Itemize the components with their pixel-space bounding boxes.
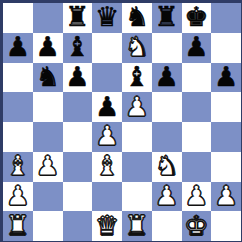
square-e2[interactable] bbox=[122, 182, 152, 212]
square-b3[interactable]: ♟ bbox=[33, 152, 63, 182]
white-pawn-d4: ♟ bbox=[95, 122, 119, 150]
square-a4[interactable] bbox=[3, 122, 33, 152]
square-f4[interactable] bbox=[152, 122, 182, 152]
white-pawn-b3: ♟ bbox=[36, 152, 60, 180]
square-a3[interactable]: ♝ bbox=[3, 152, 33, 182]
square-d4[interactable]: ♟ bbox=[92, 122, 122, 152]
square-h2[interactable]: ♟ bbox=[211, 182, 241, 212]
white-pawn-e5: ♟ bbox=[125, 92, 149, 120]
square-g4[interactable] bbox=[182, 122, 212, 152]
square-d5[interactable]: ♟ bbox=[92, 92, 122, 122]
square-a8[interactable] bbox=[3, 3, 33, 33]
square-a5[interactable] bbox=[3, 92, 33, 122]
black-pawn-c6: ♟ bbox=[65, 63, 89, 91]
square-h4[interactable] bbox=[211, 122, 241, 152]
square-h8[interactable] bbox=[211, 3, 241, 33]
square-a6[interactable] bbox=[3, 63, 33, 93]
square-h7[interactable] bbox=[211, 33, 241, 63]
white-king-g1: ♚ bbox=[184, 211, 208, 239]
square-c2[interactable] bbox=[63, 182, 93, 212]
square-h5[interactable] bbox=[211, 92, 241, 122]
square-f3[interactable]: ♞ bbox=[152, 152, 182, 182]
square-g2[interactable]: ♟ bbox=[182, 182, 212, 212]
white-rook-a1: ♜ bbox=[6, 211, 30, 239]
white-pawn-g2: ♟ bbox=[184, 182, 208, 210]
square-h6[interactable]: ♟ bbox=[211, 63, 241, 93]
black-knight-b6: ♞ bbox=[36, 63, 60, 91]
square-c8[interactable]: ♜ bbox=[63, 3, 93, 33]
white-bishop-a3: ♝ bbox=[6, 152, 30, 180]
white-rook-e1: ♜ bbox=[125, 211, 149, 239]
square-d8[interactable]: ♛ bbox=[92, 3, 122, 33]
black-bishop-c7: ♝ bbox=[65, 33, 89, 61]
square-g6[interactable] bbox=[182, 63, 212, 93]
black-knight-e8: ♞ bbox=[125, 3, 149, 31]
square-e1[interactable]: ♜ bbox=[122, 211, 152, 241]
chess-board: ♜♛♞♜♚♟♟♝♞♟♞♟♝♟♟♟♟♟♝♟♝♞♟♟♟♟♜♛♜♚ bbox=[3, 3, 241, 241]
black-pawn-d5: ♟ bbox=[95, 92, 119, 120]
square-g8[interactable]: ♚ bbox=[182, 3, 212, 33]
black-rook-f8: ♜ bbox=[155, 3, 179, 31]
black-pawn-a7: ♟ bbox=[6, 33, 30, 61]
square-d2[interactable] bbox=[92, 182, 122, 212]
square-g7[interactable]: ♟ bbox=[182, 33, 212, 63]
square-e6[interactable]: ♝ bbox=[122, 63, 152, 93]
square-b8[interactable] bbox=[33, 3, 63, 33]
square-g1[interactable]: ♚ bbox=[182, 211, 212, 241]
black-pawn-f6: ♟ bbox=[155, 63, 179, 91]
square-f2[interactable]: ♟ bbox=[152, 182, 182, 212]
square-b5[interactable] bbox=[33, 92, 63, 122]
square-e5[interactable]: ♟ bbox=[122, 92, 152, 122]
square-f8[interactable]: ♜ bbox=[152, 3, 182, 33]
square-b2[interactable] bbox=[33, 182, 63, 212]
square-d3[interactable]: ♝ bbox=[92, 152, 122, 182]
black-pawn-g7: ♟ bbox=[184, 33, 208, 61]
square-a2[interactable]: ♟ bbox=[3, 182, 33, 212]
black-bishop-e6: ♝ bbox=[125, 63, 149, 91]
square-h3[interactable] bbox=[211, 152, 241, 182]
white-bishop-d3: ♝ bbox=[95, 152, 119, 180]
white-pawn-a2: ♟ bbox=[6, 182, 30, 210]
square-f7[interactable] bbox=[152, 33, 182, 63]
square-h1[interactable] bbox=[211, 211, 241, 241]
square-f1[interactable] bbox=[152, 211, 182, 241]
square-b6[interactable]: ♞ bbox=[33, 63, 63, 93]
black-pawn-b7: ♟ bbox=[36, 33, 60, 61]
square-e3[interactable] bbox=[122, 152, 152, 182]
square-b7[interactable]: ♟ bbox=[33, 33, 63, 63]
square-b1[interactable] bbox=[33, 211, 63, 241]
square-f5[interactable] bbox=[152, 92, 182, 122]
square-a1[interactable]: ♜ bbox=[3, 211, 33, 241]
black-rook-c8: ♜ bbox=[65, 3, 89, 31]
square-d6[interactable] bbox=[92, 63, 122, 93]
square-f6[interactable]: ♟ bbox=[152, 63, 182, 93]
white-pawn-f2: ♟ bbox=[155, 182, 179, 210]
square-e4[interactable] bbox=[122, 122, 152, 152]
square-e7[interactable]: ♞ bbox=[122, 33, 152, 63]
square-c6[interactable]: ♟ bbox=[63, 63, 93, 93]
square-a7[interactable]: ♟ bbox=[3, 33, 33, 63]
square-c3[interactable] bbox=[63, 152, 93, 182]
square-d1[interactable]: ♛ bbox=[92, 211, 122, 241]
white-pawn-h2: ♟ bbox=[214, 182, 238, 210]
black-queen-d8: ♛ bbox=[95, 3, 119, 31]
black-king-g8: ♚ bbox=[184, 3, 208, 31]
chess-board-frame: ♜♛♞♜♚♟♟♝♞♟♞♟♝♟♟♟♟♟♝♟♝♞♟♟♟♟♜♛♜♚ bbox=[0, 0, 242, 242]
white-knight-e7: ♞ bbox=[125, 33, 149, 61]
square-c7[interactable]: ♝ bbox=[63, 33, 93, 63]
square-e8[interactable]: ♞ bbox=[122, 3, 152, 33]
square-b4[interactable] bbox=[33, 122, 63, 152]
square-c1[interactable] bbox=[63, 211, 93, 241]
square-d7[interactable] bbox=[92, 33, 122, 63]
square-g5[interactable] bbox=[182, 92, 212, 122]
square-c5[interactable] bbox=[63, 92, 93, 122]
black-pawn-h6: ♟ bbox=[214, 63, 238, 91]
square-c4[interactable] bbox=[63, 122, 93, 152]
white-knight-f3: ♞ bbox=[155, 152, 179, 180]
white-queen-d1: ♛ bbox=[95, 211, 119, 239]
square-g3[interactable] bbox=[182, 152, 212, 182]
